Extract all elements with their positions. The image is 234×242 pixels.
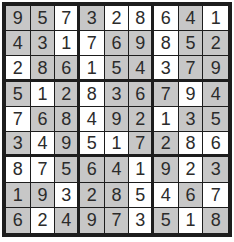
cell-r1c8: 4 <box>179 6 204 31</box>
cell-r8c4: 2 <box>80 183 105 208</box>
cell-r2c7: 8 <box>154 31 179 56</box>
cell-r8c5: 8 <box>105 183 130 208</box>
cell-r3c2: 8 <box>31 56 56 81</box>
cell-r6c8: 8 <box>179 132 204 157</box>
cell-r6c7: 2 <box>154 132 179 157</box>
cell-r9c1: 6 <box>6 208 31 233</box>
cell-r1c9: 1 <box>203 6 228 31</box>
cell-r2c5: 6 <box>105 31 130 56</box>
cell-r3c8: 7 <box>179 56 204 81</box>
cell-r5c4: 4 <box>80 107 105 132</box>
cell-r6c6: 7 <box>129 132 154 157</box>
cell-r2c2: 3 <box>31 31 56 56</box>
cell-r9c6: 3 <box>129 208 154 233</box>
cell-r5c1: 7 <box>6 107 31 132</box>
cell-r9c4: 9 <box>80 208 105 233</box>
cell-r9c7: 5 <box>154 208 179 233</box>
cell-r5c9: 5 <box>203 107 228 132</box>
cell-r7c1: 8 <box>6 157 31 182</box>
cell-r1c1: 9 <box>6 6 31 31</box>
cell-r4c1: 5 <box>6 82 31 107</box>
cell-r9c8: 1 <box>179 208 204 233</box>
cell-r2c6: 9 <box>129 31 154 56</box>
cell-r8c1: 1 <box>6 183 31 208</box>
cell-r3c3: 6 <box>55 56 80 81</box>
cell-r5c6: 2 <box>129 107 154 132</box>
cell-r8c9: 7 <box>203 183 228 208</box>
cell-r9c2: 2 <box>31 208 56 233</box>
cell-r2c9: 2 <box>203 31 228 56</box>
cell-r6c3: 9 <box>55 132 80 157</box>
cell-r7c6: 1 <box>129 157 154 182</box>
cell-r4c3: 2 <box>55 82 80 107</box>
cell-r5c5: 9 <box>105 107 130 132</box>
cell-r7c4: 6 <box>80 157 105 182</box>
cell-r4c2: 1 <box>31 82 56 107</box>
cell-r2c3: 1 <box>55 31 80 56</box>
cell-r7c3: 5 <box>55 157 80 182</box>
cell-r7c8: 2 <box>179 157 204 182</box>
cell-r3c5: 5 <box>105 56 130 81</box>
sudoku-board: 9573286414317698522861543795128367947684… <box>2 2 232 237</box>
cell-r4c6: 6 <box>129 82 154 107</box>
cell-r3c4: 1 <box>80 56 105 81</box>
cell-r4c5: 3 <box>105 82 130 107</box>
cell-r3c6: 4 <box>129 56 154 81</box>
cell-r1c4: 3 <box>80 6 105 31</box>
cell-r8c8: 6 <box>179 183 204 208</box>
cell-r5c7: 1 <box>154 107 179 132</box>
cell-r1c2: 5 <box>31 6 56 31</box>
cell-r2c4: 7 <box>80 31 105 56</box>
cell-r4c9: 4 <box>203 82 228 107</box>
cell-r5c3: 8 <box>55 107 80 132</box>
cell-r3c7: 3 <box>154 56 179 81</box>
cell-r1c6: 8 <box>129 6 154 31</box>
cell-r8c6: 5 <box>129 183 154 208</box>
cell-r6c9: 6 <box>203 132 228 157</box>
cell-r3c1: 2 <box>6 56 31 81</box>
cell-r6c5: 1 <box>105 132 130 157</box>
cell-r6c2: 4 <box>31 132 56 157</box>
cell-r5c8: 3 <box>179 107 204 132</box>
cell-r7c2: 7 <box>31 157 56 182</box>
cell-r7c5: 4 <box>105 157 130 182</box>
cell-r8c3: 3 <box>55 183 80 208</box>
cell-r5c2: 6 <box>31 107 56 132</box>
cell-r2c1: 4 <box>6 31 31 56</box>
cell-r4c7: 7 <box>154 82 179 107</box>
cell-r4c4: 8 <box>80 82 105 107</box>
cell-r8c7: 4 <box>154 183 179 208</box>
cell-r2c8: 5 <box>179 31 204 56</box>
cell-r1c7: 6 <box>154 6 179 31</box>
cell-r9c3: 4 <box>55 208 80 233</box>
cell-r3c9: 9 <box>203 56 228 81</box>
cell-r8c2: 9 <box>31 183 56 208</box>
cell-r7c9: 3 <box>203 157 228 182</box>
sudoku-page: 9573286414317698522861543795128367947684… <box>0 0 234 242</box>
cell-r9c9: 8 <box>203 208 228 233</box>
cell-r1c3: 7 <box>55 6 80 31</box>
cell-r1c5: 2 <box>105 6 130 31</box>
cell-r9c5: 7 <box>105 208 130 233</box>
cell-r7c7: 9 <box>154 157 179 182</box>
cell-r4c8: 9 <box>179 82 204 107</box>
cell-r6c1: 3 <box>6 132 31 157</box>
cell-r6c4: 5 <box>80 132 105 157</box>
